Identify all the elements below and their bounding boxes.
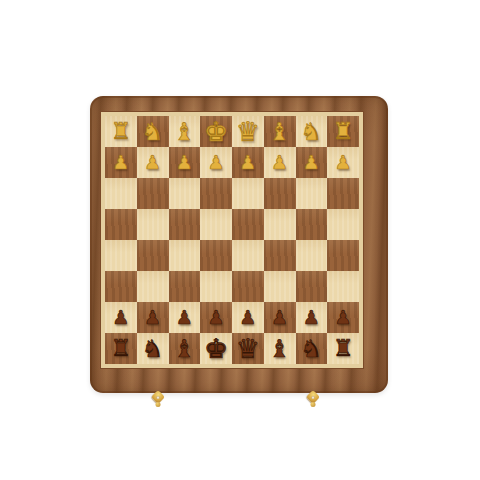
latch-knob <box>156 402 161 407</box>
piece-black-knight-g8[interactable]: ♞ <box>142 337 164 361</box>
square-d5[interactable] <box>232 240 264 271</box>
square-d4[interactable] <box>232 209 264 240</box>
square-c3[interactable] <box>264 178 296 209</box>
square-b8[interactable]: ♞ <box>296 333 328 364</box>
square-g7[interactable]: ♟ <box>137 302 169 333</box>
square-a5[interactable] <box>327 240 359 271</box>
square-b4[interactable] <box>296 209 328 240</box>
square-e8[interactable]: ♚ <box>200 333 232 364</box>
square-d2[interactable]: ♟ <box>232 147 264 178</box>
square-c7[interactable]: ♟ <box>264 302 296 333</box>
piece-white-pawn-d2[interactable]: ♟ <box>239 153 256 172</box>
piece-black-king-e8[interactable]: ♚ <box>204 335 228 362</box>
square-b5[interactable] <box>296 240 328 271</box>
square-g5[interactable] <box>137 240 169 271</box>
square-b1[interactable]: ♞ <box>296 116 328 147</box>
square-h4[interactable] <box>105 209 137 240</box>
square-b6[interactable] <box>296 271 328 302</box>
piece-white-king-e1[interactable]: ♚ <box>204 118 228 145</box>
piece-black-pawn-a7[interactable]: ♟ <box>335 308 352 327</box>
piece-black-pawn-e7[interactable]: ♟ <box>208 308 225 327</box>
square-d1[interactable]: ♛ <box>232 116 264 147</box>
square-e3[interactable] <box>200 178 232 209</box>
piece-black-knight-b8[interactable]: ♞ <box>301 337 323 361</box>
piece-white-knight-b1[interactable]: ♞ <box>301 120 323 144</box>
piece-black-bishop-c8[interactable]: ♝ <box>269 337 291 361</box>
piece-black-queen-d8[interactable]: ♛ <box>236 335 260 362</box>
square-b2[interactable]: ♟ <box>296 147 328 178</box>
square-f6[interactable] <box>169 271 201 302</box>
board-grid: ♜♞♝♚♛♝♞♜♟♟♟♟♟♟♟♟♟♟♟♟♟♟♟♟♜♞♝♚♛♝♞♜ <box>105 116 359 364</box>
square-h7[interactable]: ♟ <box>105 302 137 333</box>
square-h1[interactable]: ♜ <box>105 116 137 147</box>
square-c2[interactable]: ♟ <box>264 147 296 178</box>
square-c1[interactable]: ♝ <box>264 116 296 147</box>
square-g3[interactable] <box>137 178 169 209</box>
piece-black-pawn-g7[interactable]: ♟ <box>144 308 161 327</box>
square-a1[interactable]: ♜ <box>327 116 359 147</box>
square-d8[interactable]: ♛ <box>232 333 264 364</box>
piece-black-bishop-f8[interactable]: ♝ <box>174 337 196 361</box>
piece-white-bishop-c1[interactable]: ♝ <box>269 120 291 144</box>
scene: ♜♞♝♚♛♝♞♜♟♟♟♟♟♟♟♟♟♟♟♟♟♟♟♟♜♞♝♚♛♝♞♜ <box>0 0 480 480</box>
square-f3[interactable] <box>169 178 201 209</box>
square-h8[interactable]: ♜ <box>105 333 137 364</box>
square-e7[interactable]: ♟ <box>200 302 232 333</box>
square-h5[interactable] <box>105 240 137 271</box>
square-a4[interactable] <box>327 209 359 240</box>
square-g1[interactable]: ♞ <box>137 116 169 147</box>
piece-black-pawn-d7[interactable]: ♟ <box>239 308 256 327</box>
square-d3[interactable] <box>232 178 264 209</box>
piece-white-bishop-f1[interactable]: ♝ <box>174 120 196 144</box>
piece-black-rook-a8[interactable]: ♜ <box>333 337 354 360</box>
square-g4[interactable] <box>137 209 169 240</box>
square-b3[interactable] <box>296 178 328 209</box>
piece-white-pawn-a2[interactable]: ♟ <box>335 153 352 172</box>
square-f7[interactable]: ♟ <box>169 302 201 333</box>
square-e1[interactable]: ♚ <box>200 116 232 147</box>
square-f5[interactable] <box>169 240 201 271</box>
square-g8[interactable]: ♞ <box>137 333 169 364</box>
piece-black-pawn-f7[interactable]: ♟ <box>176 308 193 327</box>
square-e6[interactable] <box>200 271 232 302</box>
piece-black-pawn-b7[interactable]: ♟ <box>303 308 320 327</box>
piece-white-pawn-h2[interactable]: ♟ <box>112 153 129 172</box>
piece-black-pawn-c7[interactable]: ♟ <box>271 308 288 327</box>
piece-white-pawn-e2[interactable]: ♟ <box>208 153 225 172</box>
brass-latch-right <box>307 390 319 407</box>
piece-white-knight-g1[interactable]: ♞ <box>142 120 164 144</box>
chess-board: ♜♞♝♚♛♝♞♜♟♟♟♟♟♟♟♟♟♟♟♟♟♟♟♟♜♞♝♚♛♝♞♜ <box>90 96 388 393</box>
square-f1[interactable]: ♝ <box>169 116 201 147</box>
square-a6[interactable] <box>327 271 359 302</box>
square-f4[interactable] <box>169 209 201 240</box>
piece-black-pawn-h7[interactable]: ♟ <box>112 308 129 327</box>
square-g2[interactable]: ♟ <box>137 147 169 178</box>
square-e2[interactable]: ♟ <box>200 147 232 178</box>
square-a2[interactable]: ♟ <box>327 147 359 178</box>
square-c5[interactable] <box>264 240 296 271</box>
latch-hole <box>312 396 315 399</box>
square-h6[interactable] <box>105 271 137 302</box>
square-h3[interactable] <box>105 178 137 209</box>
square-a7[interactable]: ♟ <box>327 302 359 333</box>
square-d6[interactable] <box>232 271 264 302</box>
square-e5[interactable] <box>200 240 232 271</box>
square-e4[interactable] <box>200 209 232 240</box>
brass-latch-left <box>152 390 164 407</box>
piece-white-rook-h1[interactable]: ♜ <box>111 120 132 143</box>
piece-white-rook-a1[interactable]: ♜ <box>333 120 354 143</box>
square-c8[interactable]: ♝ <box>264 333 296 364</box>
square-a8[interactable]: ♜ <box>327 333 359 364</box>
square-c6[interactable] <box>264 271 296 302</box>
square-g6[interactable] <box>137 271 169 302</box>
piece-white-pawn-f2[interactable]: ♟ <box>176 153 193 172</box>
square-h2[interactable]: ♟ <box>105 147 137 178</box>
piece-white-pawn-c2[interactable]: ♟ <box>271 153 288 172</box>
latch-hole <box>157 396 160 399</box>
latch-knob <box>311 402 316 407</box>
piece-white-pawn-g2[interactable]: ♟ <box>144 153 161 172</box>
piece-white-queen-d1[interactable]: ♛ <box>236 118 260 145</box>
square-d7[interactable]: ♟ <box>232 302 264 333</box>
square-a3[interactable] <box>327 178 359 209</box>
square-b7[interactable]: ♟ <box>296 302 328 333</box>
square-f8[interactable]: ♝ <box>169 333 201 364</box>
square-c4[interactable] <box>264 209 296 240</box>
maple-inlay-border: ♜♞♝♚♛♝♞♜♟♟♟♟♟♟♟♟♟♟♟♟♟♟♟♟♜♞♝♚♛♝♞♜ <box>100 111 364 369</box>
piece-white-pawn-b2[interactable]: ♟ <box>303 153 320 172</box>
piece-black-rook-h8[interactable]: ♜ <box>111 337 132 360</box>
square-f2[interactable]: ♟ <box>169 147 201 178</box>
